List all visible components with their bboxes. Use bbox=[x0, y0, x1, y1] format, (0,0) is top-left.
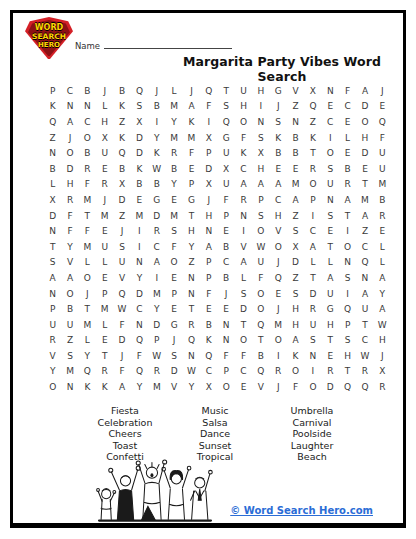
grid-cell-r3c12: O bbox=[235, 114, 252, 130]
grid-cell-r17c12: O bbox=[235, 333, 252, 349]
grid-cell-r5c11: U bbox=[218, 145, 235, 161]
grid-cell-r20c13: V bbox=[252, 379, 269, 395]
grid-cell-r16c19: T bbox=[356, 317, 373, 333]
grid-cell-r12c12: A bbox=[235, 255, 252, 271]
grid-cell-r8c5: D bbox=[113, 192, 130, 208]
grid-cell-r4c11: G bbox=[218, 130, 235, 146]
grid-cell-r8c12: R bbox=[235, 192, 252, 208]
grid-cell-r18c17: E bbox=[322, 348, 339, 364]
grid-cell-r2c9: A bbox=[183, 99, 200, 115]
grid-cell-r18c13: B bbox=[252, 348, 269, 364]
grid-cell-r19c11: P bbox=[218, 364, 235, 380]
grid-cell-r2c6: S bbox=[131, 99, 148, 115]
grid-cell-r16c4: L bbox=[96, 317, 113, 333]
grid-cell-r14c13: O bbox=[252, 286, 269, 302]
logo-text-search: SEARCH bbox=[32, 32, 66, 41]
grid-cell-r15c20: A bbox=[374, 301, 391, 317]
grid-cell-r5c12: K bbox=[235, 145, 252, 161]
grid-cell-r20c3: K bbox=[79, 379, 96, 395]
grid-cell-r8c10: J bbox=[200, 192, 217, 208]
grid-cell-r5c18: E bbox=[339, 145, 356, 161]
grid-cell-r11c19: C bbox=[356, 239, 373, 255]
grid-cell-r6c20: U bbox=[374, 161, 391, 177]
grid-cell-r17c11: N bbox=[218, 333, 235, 349]
grid-cell-r15c10: E bbox=[200, 301, 217, 317]
grid-cell-r18c11: F bbox=[218, 348, 235, 364]
grid-cell-r12c5: U bbox=[113, 255, 130, 271]
grid-cell-r13c18: S bbox=[339, 270, 356, 286]
grid-cell-r20c7: M bbox=[148, 379, 165, 395]
grid-cell-r4c15: B bbox=[287, 130, 304, 146]
grid-cell-r18c3: Y bbox=[79, 348, 96, 364]
grid-cell-r5c5: Q bbox=[113, 145, 130, 161]
grid-cell-r18c18: H bbox=[339, 348, 356, 364]
grid-cell-r3c10: I bbox=[200, 114, 217, 130]
grid-cell-r9c14: H bbox=[270, 208, 287, 224]
grid-cell-r19c14: R bbox=[270, 364, 287, 380]
grid-cell-r16c12: T bbox=[235, 317, 252, 333]
grid-cell-r8c17: N bbox=[322, 192, 339, 208]
grid-cell-r16c3: M bbox=[79, 317, 96, 333]
grid-cell-r2c12: H bbox=[235, 99, 252, 115]
grid-cell-r1c20: J bbox=[374, 83, 391, 99]
grid-cell-r14c6: D bbox=[131, 286, 148, 302]
grid-cell-r1c15: V bbox=[287, 83, 304, 99]
grid-cell-r8c9: G bbox=[183, 192, 200, 208]
grid-cell-r1c10: Q bbox=[200, 83, 217, 99]
grid-cell-r4c6: D bbox=[131, 130, 148, 146]
grid-cell-r3c16: Z bbox=[304, 114, 321, 130]
shield-icon: WORD SEARCH HERO bbox=[25, 17, 73, 59]
grid-cell-r15c1: P bbox=[44, 301, 61, 317]
grid-cell-r12c9: Z bbox=[183, 255, 200, 271]
grid-cell-r1c6: Q bbox=[131, 83, 148, 99]
grid-cell-r19c12: C bbox=[235, 364, 252, 380]
grid-cell-r3c3: C bbox=[79, 114, 96, 130]
grid-cell-r4c19: H bbox=[356, 130, 373, 146]
grid-cell-r14c19: A bbox=[356, 286, 373, 302]
grid-cell-r3c18: E bbox=[339, 114, 356, 130]
grid-cell-r18c1: V bbox=[44, 348, 61, 364]
grid-cell-r17c13: T bbox=[252, 333, 269, 349]
grid-cell-r17c20: H bbox=[374, 333, 391, 349]
grid-cell-r4c8: M bbox=[165, 130, 182, 146]
grid-cell-r11c1: T bbox=[44, 239, 61, 255]
grid-cell-r13c2: A bbox=[61, 270, 78, 286]
grid-cell-r20c6: Y bbox=[131, 379, 148, 395]
grid-cell-r18c6: F bbox=[131, 348, 148, 364]
grid-cell-r11c6: I bbox=[131, 239, 148, 255]
grid-cell-r1c7: J bbox=[148, 83, 165, 99]
grid-cell-r17c10: K bbox=[200, 333, 217, 349]
grid-cell-r11c9: Y bbox=[183, 239, 200, 255]
grid-cell-r5c6: D bbox=[131, 145, 148, 161]
grid-cell-r15c18: Q bbox=[339, 301, 356, 317]
grid-cell-r4c4: X bbox=[96, 130, 113, 146]
grid-cell-r16c14: M bbox=[270, 317, 287, 333]
grid-cell-r9c5: Z bbox=[113, 208, 130, 224]
grid-cell-r1c5: B bbox=[113, 83, 130, 99]
word-item: Umbrella bbox=[252, 405, 372, 417]
grid-cell-r14c14: E bbox=[270, 286, 287, 302]
grid-cell-r14c12: S bbox=[235, 286, 252, 302]
grid-cell-r20c12: E bbox=[235, 379, 252, 395]
grid-cell-r17c4: E bbox=[96, 333, 113, 349]
grid-cell-r18c14: I bbox=[270, 348, 287, 364]
grid-cell-r10c20: E bbox=[374, 223, 391, 239]
grid-cell-r9c7: D bbox=[148, 208, 165, 224]
grid-cell-r10c12: I bbox=[235, 223, 252, 239]
grid-cell-r7c20: M bbox=[374, 177, 391, 193]
grid-cell-r15c17: G bbox=[322, 301, 339, 317]
grid-cell-r11c8: F bbox=[165, 239, 182, 255]
grid-cell-r1c2: C bbox=[61, 83, 78, 99]
grid-cell-r6c2: D bbox=[61, 161, 78, 177]
grid-cell-r4c1: Z bbox=[44, 130, 61, 146]
grid-cell-r10c1: N bbox=[44, 223, 61, 239]
grid-cell-r17c5: D bbox=[113, 333, 130, 349]
grid-cell-r19c17: R bbox=[322, 364, 339, 380]
grid-cell-r5c15: B bbox=[287, 145, 304, 161]
grid-cell-r18c2: S bbox=[61, 348, 78, 364]
grid-cell-r17c1: R bbox=[44, 333, 61, 349]
grid-cell-r10c6: I bbox=[131, 223, 148, 239]
grid-cell-r14c20: Y bbox=[374, 286, 391, 302]
grid-cell-r7c5: X bbox=[113, 177, 130, 193]
grid-cell-r8c4: J bbox=[96, 192, 113, 208]
grid-cell-r17c14: O bbox=[270, 333, 287, 349]
grid-cell-r8c16: P bbox=[304, 192, 321, 208]
grid-cell-r7c12: A bbox=[235, 177, 252, 193]
grid-cell-r3c8: Y bbox=[165, 114, 182, 130]
grid-cell-r1c4: J bbox=[96, 83, 113, 99]
grid-cell-r2c15: Z bbox=[287, 99, 304, 115]
name-row: Name bbox=[75, 39, 232, 51]
grid-cell-r16c7: D bbox=[148, 317, 165, 333]
grid-cell-r19c2: M bbox=[61, 364, 78, 380]
grid-cell-r20c19: Q bbox=[356, 379, 373, 395]
grid-cell-r10c7: R bbox=[148, 223, 165, 239]
border-frame: WORD SEARCH HERO Name Margarita Party Vi… bbox=[10, 10, 406, 528]
grid-cell-r10c15: S bbox=[287, 223, 304, 239]
grid-cell-r5c3: B bbox=[79, 145, 96, 161]
grid-cell-r4c17: I bbox=[322, 130, 339, 146]
word-item: Carnival bbox=[252, 417, 372, 429]
grid-cell-r19c3: Q bbox=[79, 364, 96, 380]
grid-cell-r7c7: B bbox=[148, 177, 165, 193]
grid-cell-r1c8: L bbox=[165, 83, 182, 99]
name-label: Name bbox=[75, 41, 100, 51]
grid-cell-r9c11: P bbox=[218, 208, 235, 224]
grid-cell-r1c16: X bbox=[304, 83, 321, 99]
grid-cell-r20c5: A bbox=[113, 379, 130, 395]
grid-cell-r18c10: Q bbox=[200, 348, 217, 364]
grid-cell-r10c17: E bbox=[322, 223, 339, 239]
grid-cell-r7c18: R bbox=[339, 177, 356, 193]
grid-cell-r16c2: U bbox=[61, 317, 78, 333]
grid-cell-r5c14: B bbox=[270, 145, 287, 161]
grid-cell-r12c8: O bbox=[165, 255, 182, 271]
grid-cell-r5c1: N bbox=[44, 145, 61, 161]
grid-cell-r11c2: Y bbox=[61, 239, 78, 255]
grid-cell-r2c2: N bbox=[61, 99, 78, 115]
grid-cell-r14c9: N bbox=[183, 286, 200, 302]
grid-cell-r2c11: S bbox=[218, 99, 235, 115]
grid-cell-r13c15: Z bbox=[287, 270, 304, 286]
grid-cell-r5c19: D bbox=[356, 145, 373, 161]
grid-cell-r4c7: Y bbox=[148, 130, 165, 146]
grid-cell-r2c4: L bbox=[96, 99, 113, 115]
grid-cell-r6c7: W bbox=[148, 161, 165, 177]
grid-cell-r4c14: K bbox=[270, 130, 287, 146]
grid-cell-r2c5: K bbox=[113, 99, 130, 115]
grid-cell-r7c10: X bbox=[200, 177, 217, 193]
grid-cell-r6c4: E bbox=[96, 161, 113, 177]
grid-cell-r14c8: P bbox=[165, 286, 182, 302]
grid-cell-r20c1: O bbox=[44, 379, 61, 395]
grid-cell-r18c7: W bbox=[148, 348, 165, 364]
grid-cell-r10c16: C bbox=[304, 223, 321, 239]
grid-cell-r16c6: N bbox=[131, 317, 148, 333]
grid-cell-r19c15: O bbox=[287, 364, 304, 380]
grid-cell-r9c1: D bbox=[44, 208, 61, 224]
grid-cell-r13c4: E bbox=[96, 270, 113, 286]
grid-cell-r7c11: U bbox=[218, 177, 235, 193]
grid-cell-r2c20: E bbox=[374, 99, 391, 115]
grid-cell-r14c2: O bbox=[61, 286, 78, 302]
grid-cell-r11c16: A bbox=[304, 239, 321, 255]
grid-cell-r7c3: F bbox=[79, 177, 96, 193]
grid-cell-r5c4: U bbox=[96, 145, 113, 161]
grid-cell-r18c5: J bbox=[113, 348, 130, 364]
grid-cell-r13c11: B bbox=[218, 270, 235, 286]
word-search-hero-link[interactable]: © Word Search Hero.com bbox=[230, 505, 373, 516]
grid-cell-r8c11: F bbox=[218, 192, 235, 208]
grid-cell-r17c7: P bbox=[148, 333, 165, 349]
grid-cell-r9c10: H bbox=[200, 208, 217, 224]
grid-cell-r1c18: F bbox=[339, 83, 356, 99]
grid-cell-r2c16: Q bbox=[304, 99, 321, 115]
grid-cell-r15c8: E bbox=[165, 301, 182, 317]
grid-cell-r7c17: U bbox=[322, 177, 339, 193]
word-search-hero-logo: WORD SEARCH HERO bbox=[25, 17, 73, 59]
grid-cell-r12c16: L bbox=[304, 255, 321, 271]
grid-cell-r2c10: F bbox=[200, 99, 217, 115]
grid-cell-r17c16: S bbox=[304, 333, 321, 349]
grid-cell-r2c8: M bbox=[165, 99, 182, 115]
grid-cell-r4c2: J bbox=[61, 130, 78, 146]
grid-cell-r10c11: E bbox=[218, 223, 235, 239]
grid-cell-r6c12: C bbox=[235, 161, 252, 177]
grid-cell-r4c3: O bbox=[79, 130, 96, 146]
grid-cell-r9c8: M bbox=[165, 208, 182, 224]
grid-cell-r17c15: A bbox=[287, 333, 304, 349]
grid-cell-r9c15: Z bbox=[287, 208, 304, 224]
grid-cell-r6c17: S bbox=[322, 161, 339, 177]
grid-cell-r3c4: H bbox=[96, 114, 113, 130]
grid-cell-r13c20: A bbox=[374, 270, 391, 286]
grid-cell-r2c14: J bbox=[270, 99, 287, 115]
grid-cell-r16c10: B bbox=[200, 317, 217, 333]
grid-cell-r14c7: M bbox=[148, 286, 165, 302]
grid-cell-r12c2: V bbox=[61, 255, 78, 271]
grid-cell-r8c20: B bbox=[374, 192, 391, 208]
grid-cell-r16c18: P bbox=[339, 317, 356, 333]
grid-cell-r9c9: T bbox=[183, 208, 200, 224]
grid-cell-r12c17: L bbox=[322, 255, 339, 271]
grid-cell-r12c18: N bbox=[339, 255, 356, 271]
grid-cell-r4c20: F bbox=[374, 130, 391, 146]
grid-cell-r18c16: N bbox=[304, 348, 321, 364]
grid-cell-r17c18: S bbox=[339, 333, 356, 349]
grid-cell-r3c20: Q bbox=[374, 114, 391, 130]
grid-cell-r2c13: I bbox=[252, 99, 269, 115]
grid-cell-r7c16: O bbox=[304, 177, 321, 193]
grid-cell-r3c17: C bbox=[322, 114, 339, 130]
grid-cell-r6c11: X bbox=[218, 161, 235, 177]
grid-cell-r10c3: F bbox=[79, 223, 96, 239]
grid-cell-r12c20: L bbox=[374, 255, 391, 271]
grid-cell-r7c14: A bbox=[270, 177, 287, 193]
word-list-column-3: UmbrellaCarnivalPoolsideLaughterBeach bbox=[252, 405, 372, 463]
grid-cell-r5c20: U bbox=[374, 145, 391, 161]
grid-cell-r16c1: U bbox=[44, 317, 61, 333]
grid-cell-r6c3: R bbox=[79, 161, 96, 177]
grid-cell-r15c13: O bbox=[252, 301, 269, 317]
grid-cell-r19c19: R bbox=[356, 364, 373, 380]
grid-cell-r3c19: O bbox=[356, 114, 373, 130]
grid-cell-r17c2: Z bbox=[61, 333, 78, 349]
grid-cell-r13c6: Y bbox=[131, 270, 148, 286]
grid-cell-r2c3: N bbox=[79, 99, 96, 115]
grid-cell-r15c9: T bbox=[183, 301, 200, 317]
grid-cell-r16c11: N bbox=[218, 317, 235, 333]
grid-cell-r15c19: U bbox=[356, 301, 373, 317]
grid-cell-r8c8: E bbox=[165, 192, 182, 208]
grid-cell-r11c20: L bbox=[374, 239, 391, 255]
grid-cell-r9c17: S bbox=[322, 208, 339, 224]
grid-cell-r19c16: I bbox=[304, 364, 321, 380]
grid-cell-r15c3: T bbox=[79, 301, 96, 317]
grid-cell-r15c6: C bbox=[131, 301, 148, 317]
grid-cell-r13c1: A bbox=[44, 270, 61, 286]
grid-cell-r4c16: K bbox=[304, 130, 321, 146]
grid-cell-r16c13: Q bbox=[252, 317, 269, 333]
grid-cell-r9c2: F bbox=[61, 208, 78, 224]
grid-cell-r3c13: N bbox=[252, 114, 269, 130]
grid-cell-r12c10: P bbox=[200, 255, 217, 271]
grid-cell-r8c15: A bbox=[287, 192, 304, 208]
grid-cell-r2c19: D bbox=[356, 99, 373, 115]
grid-cell-r13c16: T bbox=[304, 270, 321, 286]
grid-cell-r12c3: L bbox=[79, 255, 96, 271]
grid-cell-r11c11: B bbox=[218, 239, 235, 255]
grid-cell-r16c16: U bbox=[304, 317, 321, 333]
grid-cell-r18c19: W bbox=[356, 348, 373, 364]
grid-cell-r14c1: N bbox=[44, 286, 61, 302]
grid-cell-r6c10: D bbox=[200, 161, 217, 177]
grid-cell-r11c7: C bbox=[148, 239, 165, 255]
grid-cell-r13c17: A bbox=[322, 270, 339, 286]
name-blank-line bbox=[104, 39, 232, 49]
grid-cell-r1c1: P bbox=[44, 83, 61, 99]
grid-cell-r20c14: J bbox=[270, 379, 287, 395]
grid-cell-r16c8: G bbox=[165, 317, 182, 333]
grid-cell-r11c10: A bbox=[200, 239, 217, 255]
grid-cell-r11c3: M bbox=[79, 239, 96, 255]
grid-cell-r15c4: M bbox=[96, 301, 113, 317]
grid-cell-r19c7: R bbox=[148, 364, 165, 380]
grid-cell-r17c17: T bbox=[322, 333, 339, 349]
grid-cell-r4c18: L bbox=[339, 130, 356, 146]
grid-cell-r1c3: B bbox=[79, 83, 96, 99]
word-item: Poolside bbox=[252, 428, 372, 440]
grid-cell-r17c19: C bbox=[356, 333, 373, 349]
grid-cell-r12c13: U bbox=[252, 255, 269, 271]
grid-cell-r20c16: O bbox=[304, 379, 321, 395]
grid-cell-r3c15: N bbox=[287, 114, 304, 130]
grid-cell-r19c5: F bbox=[113, 364, 130, 380]
grid-cell-r13c3: O bbox=[79, 270, 96, 286]
grid-cell-r6c6: K bbox=[131, 161, 148, 177]
grid-cell-r11c18: O bbox=[339, 239, 356, 255]
grid-cell-r6c8: B bbox=[165, 161, 182, 177]
grid-cell-r8c3: M bbox=[79, 192, 96, 208]
grid-cell-r6c5: B bbox=[113, 161, 130, 177]
grid-cell-r16c15: H bbox=[287, 317, 304, 333]
grid-cell-r5c9: F bbox=[183, 145, 200, 161]
grid-cell-r10c4: E bbox=[96, 223, 113, 239]
grid-cell-r5c7: K bbox=[148, 145, 165, 161]
grid-cell-r18c12: F bbox=[235, 348, 252, 364]
grid-cell-r19c8: D bbox=[165, 364, 182, 380]
grid-cell-r10c5: J bbox=[113, 223, 130, 239]
grid-cell-r3c5: Z bbox=[113, 114, 130, 130]
grid-cell-r2c17: E bbox=[322, 99, 339, 115]
grid-cell-r8c7: G bbox=[148, 192, 165, 208]
grid-cell-r15c7: Y bbox=[148, 301, 165, 317]
grid-cell-r9c12: N bbox=[235, 208, 252, 224]
grid-cell-r2c18: C bbox=[339, 99, 356, 115]
grid-cell-r8c19: M bbox=[356, 192, 373, 208]
grid-cell-r13c9: N bbox=[183, 270, 200, 286]
grid-cell-r13c7: I bbox=[148, 270, 165, 286]
grid-cell-r6c16: R bbox=[304, 161, 321, 177]
grid-cell-r7c19: T bbox=[356, 177, 373, 193]
grid-cell-r4c10: X bbox=[200, 130, 217, 146]
grid-cell-r18c20: J bbox=[374, 348, 391, 364]
grid-cell-r12c4: L bbox=[96, 255, 113, 271]
grid-cell-r1c11: T bbox=[218, 83, 235, 99]
grid-cell-r20c11: O bbox=[218, 379, 235, 395]
grid-cell-r20c20: R bbox=[374, 379, 391, 395]
grid-cell-r4c12: F bbox=[235, 130, 252, 146]
grid-cell-r3c6: X bbox=[131, 114, 148, 130]
grid-cell-r13c12: L bbox=[235, 270, 252, 286]
grid-cell-r7c8: Y bbox=[165, 177, 182, 193]
grid-cell-r3c2: A bbox=[61, 114, 78, 130]
grid-cell-r11c5: S bbox=[113, 239, 130, 255]
grid-cell-r9c13: S bbox=[252, 208, 269, 224]
grid-cell-r10c2: F bbox=[61, 223, 78, 239]
grid-cell-r16c20: W bbox=[374, 317, 391, 333]
grid-cell-r20c10: X bbox=[200, 379, 217, 395]
grid-cell-r17c6: Q bbox=[131, 333, 148, 349]
grid-cell-r10c18: I bbox=[339, 223, 356, 239]
grid-cell-r10c14: V bbox=[270, 223, 287, 239]
grid-cell-r10c8: S bbox=[165, 223, 182, 239]
grid-cell-r13c5: V bbox=[113, 270, 130, 286]
